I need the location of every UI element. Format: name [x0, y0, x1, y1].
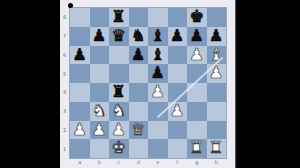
- square-b7[interactable]: ♟: [90, 27, 110, 46]
- rank-label-6: 6: [60, 46, 69, 65]
- rank-label-3: 3: [60, 102, 69, 121]
- piece-white-pawn[interactable]: ♟: [148, 83, 168, 102]
- square-f7[interactable]: ♟: [168, 27, 188, 46]
- square-f6[interactable]: [168, 46, 188, 65]
- square-d3[interactable]: [129, 102, 149, 121]
- square-d4[interactable]: [129, 83, 149, 102]
- piece-black-pawn[interactable]: ♟: [187, 27, 207, 46]
- square-h1[interactable]: ♜: [207, 139, 227, 158]
- file-label-b: b: [90, 158, 110, 167]
- square-f1[interactable]: [168, 139, 188, 158]
- file-label-f: f: [168, 158, 188, 167]
- square-e2[interactable]: [148, 121, 168, 140]
- piece-black-king[interactable]: ♚: [187, 8, 207, 27]
- square-c3[interactable]: ♞: [109, 102, 129, 121]
- file-label-a: a: [70, 158, 90, 167]
- square-b1[interactable]: [90, 139, 110, 158]
- rank-labels: 87654321: [60, 8, 69, 158]
- square-g6[interactable]: ♟: [187, 46, 207, 65]
- piece-black-rook[interactable]: ♜: [109, 83, 129, 102]
- square-a1[interactable]: [70, 139, 90, 158]
- square-b6[interactable]: [90, 46, 110, 65]
- piece-black-pawn[interactable]: ♟: [207, 27, 227, 46]
- square-g4[interactable]: [187, 83, 207, 102]
- page-background: 87654321 ♜♚♟♛♞♝♟♟♟♟♟♝♟♝♟♟♜♟♞♞♟♟♟♟♛♚♜♜ ab…: [0, 0, 300, 168]
- piece-black-queen[interactable]: ♛: [109, 27, 129, 46]
- file-label-h: h: [207, 158, 227, 167]
- piece-white-pawn[interactable]: ♟: [109, 121, 129, 140]
- rank-label-7: 7: [60, 27, 69, 46]
- square-a2[interactable]: ♟: [70, 121, 90, 140]
- square-c8[interactable]: ♜: [109, 8, 129, 27]
- square-d5[interactable]: [129, 64, 149, 83]
- square-f5[interactable]: [168, 64, 188, 83]
- square-f4[interactable]: [168, 83, 188, 102]
- square-e5[interactable]: ♟: [148, 64, 168, 83]
- rank-label-4: 4: [60, 83, 69, 102]
- piece-black-pawn[interactable]: ♟: [129, 46, 149, 65]
- piece-white-pawn[interactable]: ♟: [207, 64, 227, 83]
- square-g7[interactable]: ♟: [187, 27, 207, 46]
- piece-black-bishop[interactable]: ♝: [148, 46, 168, 65]
- square-h7[interactable]: ♟: [207, 27, 227, 46]
- piece-white-rook[interactable]: ♜: [187, 139, 207, 158]
- rank-label-1: 1: [60, 139, 69, 158]
- piece-white-knight[interactable]: ♞: [109, 102, 129, 121]
- black-to-move-indicator-dot: [68, 3, 73, 8]
- square-a4[interactable]: [70, 83, 90, 102]
- piece-black-pawn[interactable]: ♟: [148, 64, 168, 83]
- rank-label-5: 5: [60, 64, 69, 83]
- square-c5[interactable]: [109, 64, 129, 83]
- chess-diagram-panel: 87654321 ♜♚♟♛♞♝♟♟♟♟♟♝♟♝♟♟♜♟♞♞♟♟♟♟♛♚♜♜ ab…: [60, 0, 236, 168]
- square-g2[interactable]: [187, 121, 207, 140]
- piece-white-king[interactable]: ♚: [109, 139, 129, 158]
- square-b4[interactable]: [90, 83, 110, 102]
- piece-black-knight[interactable]: ♞: [129, 27, 149, 46]
- square-g1[interactable]: ♜: [187, 139, 207, 158]
- square-c7[interactable]: ♛: [109, 27, 129, 46]
- file-labels: abcdefgh: [70, 158, 226, 167]
- square-e8[interactable]: [148, 8, 168, 27]
- piece-white-bishop[interactable]: ♝: [207, 46, 227, 65]
- square-e1[interactable]: [148, 139, 168, 158]
- square-c1[interactable]: ♚: [109, 139, 129, 158]
- square-c2[interactable]: ♟: [109, 121, 129, 140]
- square-e7[interactable]: ♝: [148, 27, 168, 46]
- piece-black-rook[interactable]: ♜: [109, 8, 129, 27]
- square-d1[interactable]: [129, 139, 149, 158]
- piece-white-pawn[interactable]: ♟: [90, 121, 110, 140]
- square-h8[interactable]: [207, 8, 227, 27]
- square-g8[interactable]: ♚: [187, 8, 207, 27]
- square-g3[interactable]: [187, 102, 207, 121]
- rank-label-8: 8: [60, 8, 69, 27]
- chess-board: ♜♚♟♛♞♝♟♟♟♟♟♝♟♝♟♟♜♟♞♞♟♟♟♟♛♚♜♜: [70, 8, 226, 158]
- piece-white-pawn[interactable]: ♟: [168, 102, 188, 121]
- rank-label-2: 2: [60, 121, 69, 140]
- piece-white-pawn[interactable]: ♟: [187, 46, 207, 65]
- square-h3[interactable]: [207, 102, 227, 121]
- square-c6[interactable]: [109, 46, 129, 65]
- square-e3[interactable]: [148, 102, 168, 121]
- piece-white-rook[interactable]: ♜: [207, 139, 227, 158]
- square-d2[interactable]: ♛: [129, 121, 149, 140]
- piece-white-pawn[interactable]: ♟: [70, 121, 90, 140]
- square-d7[interactable]: ♞: [129, 27, 149, 46]
- square-a7[interactable]: [70, 27, 90, 46]
- square-h6[interactable]: ♝: [207, 46, 227, 65]
- piece-black-pawn[interactable]: ♟: [70, 46, 90, 65]
- square-a6[interactable]: ♟: [70, 46, 90, 65]
- square-e6[interactable]: ♝: [148, 46, 168, 65]
- file-label-g: g: [187, 158, 207, 167]
- piece-black-pawn[interactable]: ♟: [168, 27, 188, 46]
- square-f3[interactable]: ♟: [168, 102, 188, 121]
- piece-white-queen[interactable]: ♛: [129, 121, 149, 140]
- piece-black-pawn[interactable]: ♟: [90, 27, 110, 46]
- square-h2[interactable]: [207, 121, 227, 140]
- square-f2[interactable]: [168, 121, 188, 140]
- square-f8[interactable]: [168, 8, 188, 27]
- square-b2[interactable]: ♟: [90, 121, 110, 140]
- square-a5[interactable]: [70, 64, 90, 83]
- square-g5[interactable]: [187, 64, 207, 83]
- square-h4[interactable]: [207, 83, 227, 102]
- square-b3[interactable]: ♞: [90, 102, 110, 121]
- square-e4[interactable]: ♟: [148, 83, 168, 102]
- square-d6[interactable]: ♟: [129, 46, 149, 65]
- square-b5[interactable]: [90, 64, 110, 83]
- square-d8[interactable]: [129, 8, 149, 27]
- square-a8[interactable]: [70, 8, 90, 27]
- file-label-e: e: [148, 158, 168, 167]
- square-b8[interactable]: [90, 8, 110, 27]
- piece-black-bishop[interactable]: ♝: [148, 27, 168, 46]
- file-label-d: d: [129, 158, 149, 167]
- square-c4[interactable]: ♜: [109, 83, 129, 102]
- file-label-c: c: [109, 158, 129, 167]
- square-h5[interactable]: ♟: [207, 64, 227, 83]
- piece-white-knight[interactable]: ♞: [90, 102, 110, 121]
- square-a3[interactable]: [70, 102, 90, 121]
